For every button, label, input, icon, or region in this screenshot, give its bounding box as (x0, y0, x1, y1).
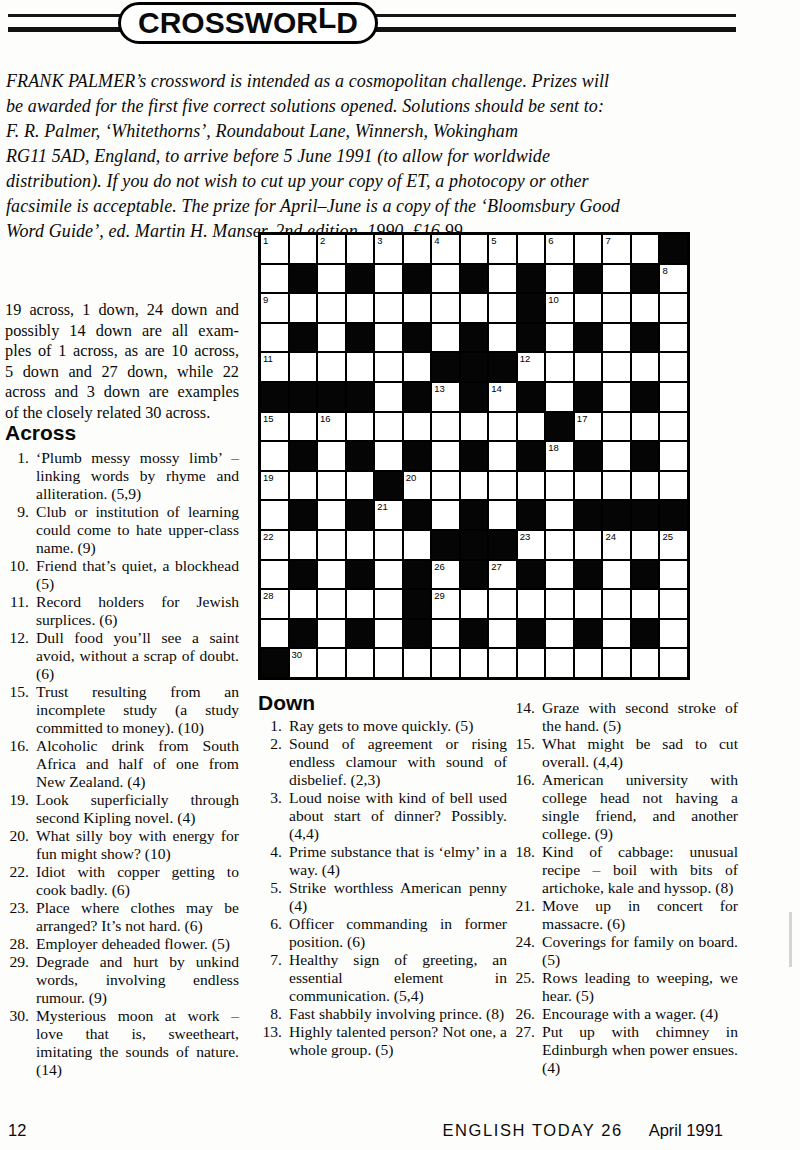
clue-text: What silly boy with energy for fun might… (36, 827, 239, 863)
clue-number: 1 (263, 236, 268, 246)
black-cell (404, 442, 431, 470)
white-cell: 1 (261, 235, 288, 263)
clue: 11.Record holders for Jewish surplices. … (5, 593, 239, 629)
clue-text: Friend that’s quiet, a blockhead (5) (36, 557, 239, 593)
clue-number: 19 (263, 473, 274, 483)
clue-text: Strike worthless American penny (4) (289, 879, 507, 915)
white-cell (375, 413, 402, 441)
white-cell (461, 590, 488, 618)
clue-num: 20. (5, 827, 36, 863)
clue-number: 20 (406, 473, 417, 483)
black-cell (632, 324, 659, 352)
white-cell (290, 294, 317, 322)
black-cell (603, 501, 630, 529)
clue-number: 23 (520, 532, 531, 542)
clue-number: 30 (292, 650, 303, 660)
white-cell (489, 472, 516, 500)
white-cell (518, 413, 545, 441)
black-cell (489, 353, 516, 381)
white-cell (432, 442, 459, 470)
white-cell (404, 413, 431, 441)
page-footer: 12 ENGLISH TODAY 26 April 1991 (8, 1121, 723, 1140)
white-cell: 19 (261, 472, 288, 500)
white-cell (375, 620, 402, 648)
white-cell (432, 265, 459, 293)
white-cell (290, 413, 317, 441)
black-cell (518, 265, 545, 293)
white-cell (660, 649, 687, 677)
intro-line: distribution). If you do not wish to cut… (6, 169, 620, 194)
clue: 1.Ray gets to move quickly. (5) (258, 717, 507, 735)
black-cell (518, 442, 545, 470)
white-cell: 25 (660, 531, 687, 559)
clue-text: Put up with chimney in Edinburgh when po… (542, 1023, 738, 1077)
white-cell (375, 294, 402, 322)
white-cell: 20 (404, 472, 431, 500)
clue-text: Mysterious moon at work – love that is, … (36, 1007, 239, 1079)
white-cell (660, 620, 687, 648)
black-cell (347, 501, 374, 529)
clue-text: Healthy sign of greeting, an essential e… (289, 951, 507, 1005)
clue: 13.Highly talented person? Not one, a wh… (258, 1023, 507, 1059)
intro-line: facsimile is acceptable. The prize for A… (6, 194, 620, 219)
clue-number: 26 (434, 562, 445, 572)
clue-num: 9. (5, 503, 36, 557)
white-cell (290, 353, 317, 381)
white-cell (347, 413, 374, 441)
clue: 30.Mysterious moon at work – love that i… (5, 1007, 239, 1079)
clue: 27.Put up with chimney in Edinburgh when… (511, 1023, 738, 1077)
white-cell (432, 324, 459, 352)
white-cell (660, 353, 687, 381)
white-cell: 5 (489, 235, 516, 263)
white-cell (375, 383, 402, 411)
white-cell (518, 235, 545, 263)
black-cell (404, 561, 431, 589)
white-cell (575, 531, 602, 559)
white-cell (404, 649, 431, 677)
black-cell (290, 501, 317, 529)
clue: 7.Healthy sign of greeting, an essential… (258, 951, 507, 1005)
white-cell (375, 561, 402, 589)
clue-num: 19. (5, 791, 36, 827)
white-cell: 28 (261, 590, 288, 618)
white-cell (575, 472, 602, 500)
white-cell: 27 (489, 561, 516, 589)
clue-num: 6. (258, 915, 289, 951)
black-cell (575, 324, 602, 352)
clue-num: 4. (258, 843, 289, 879)
clue-text: Fast shabbily involving prince. (8) (289, 1005, 507, 1023)
white-cell (261, 561, 288, 589)
black-cell (290, 324, 317, 352)
across-clue-list: 1.‘Plumb messy mossy limb’ – linking wor… (5, 449, 239, 1079)
white-cell (603, 324, 630, 352)
white-cell (261, 265, 288, 293)
white-cell (489, 265, 516, 293)
note-line: 5 down and 27 down, while 22 (5, 362, 239, 383)
clue-text: Dull food you’ll see a saint avoid, with… (36, 629, 239, 683)
white-cell (404, 294, 431, 322)
clue-text: What might be sad to cut overall. (4,4) (542, 735, 738, 771)
white-cell (261, 324, 288, 352)
clue: 20.What silly boy with energy for fun mi… (5, 827, 239, 863)
black-cell (575, 442, 602, 470)
clue: 25.Rows leading to weeping, we hear. (5) (511, 969, 738, 1005)
clue-num: 21. (511, 897, 542, 933)
black-cell (347, 324, 374, 352)
black-cell (660, 501, 687, 529)
clue-num: 12. (5, 629, 36, 683)
clue: 9.Club or institution of learning could … (5, 503, 239, 557)
white-cell (660, 324, 687, 352)
black-cell (461, 383, 488, 411)
note-line: across and 3 down are examples (5, 382, 239, 403)
clue-num: 27. (511, 1023, 542, 1077)
white-cell (632, 649, 659, 677)
clue-number: 3 (377, 236, 382, 246)
white-cell (575, 649, 602, 677)
white-cell: 6 (546, 235, 573, 263)
clue: 14.Graze with second stroke of the hand.… (511, 699, 738, 735)
black-cell (518, 324, 545, 352)
white-cell (546, 561, 573, 589)
black-cell (632, 265, 659, 293)
clue-num: 25. (511, 969, 542, 1005)
clue-number: 4 (434, 236, 439, 246)
clue-number: 14 (491, 384, 502, 394)
clue: 3.Loud noise with kind of bell used abou… (258, 789, 507, 843)
white-cell (660, 294, 687, 322)
clue-num: 22. (5, 863, 36, 899)
white-cell (518, 472, 545, 500)
black-cell (432, 531, 459, 559)
white-cell (575, 590, 602, 618)
clue-text: Move up in concert for massacre. (6) (542, 897, 738, 933)
intro-line: FRANK PALMER’s crossword is intended as … (6, 69, 620, 94)
white-cell (603, 442, 630, 470)
black-cell (404, 620, 431, 648)
clue: 12.Dull food you’ll see a saint avoid, w… (5, 629, 239, 683)
white-cell (603, 383, 630, 411)
clue: 15.What might be sad to cut overall. (4,… (511, 735, 738, 771)
clue-text: American university with college head no… (542, 771, 738, 843)
clue-number: 6 (548, 236, 553, 246)
clue: 5.Strike worthless American penny (4) (258, 879, 507, 915)
clue-text: Kind of cabbage: unusual recipe – boil w… (542, 843, 738, 897)
white-cell (603, 353, 630, 381)
white-cell (347, 294, 374, 322)
clue-number: 18 (548, 443, 559, 453)
white-cell (318, 531, 345, 559)
white-cell (546, 383, 573, 411)
white-cell (546, 620, 573, 648)
clue-num: 2. (258, 735, 289, 789)
black-cell (546, 413, 573, 441)
black-cell (404, 590, 431, 618)
white-cell: 26 (432, 561, 459, 589)
white-cell (318, 590, 345, 618)
white-cell (489, 620, 516, 648)
clue: 8.Fast shabbily involving prince. (8) (258, 1005, 507, 1023)
black-cell (518, 620, 545, 648)
black-cell (290, 265, 317, 293)
white-cell (575, 294, 602, 322)
clue-number: 11 (263, 354, 273, 364)
white-cell (603, 649, 630, 677)
white-cell (660, 472, 687, 500)
clue-num: 30. (5, 1007, 36, 1079)
white-cell (546, 324, 573, 352)
black-cell (261, 649, 288, 677)
white-cell (489, 294, 516, 322)
white-cell (404, 531, 431, 559)
white-cell (489, 324, 516, 352)
black-cell (518, 294, 545, 322)
black-cell (575, 620, 602, 648)
black-cell (375, 472, 402, 500)
clue: 26.Encourage with a wager. (4) (511, 1005, 738, 1023)
clue-num: 15. (511, 735, 542, 771)
clue-text: Encourage with a wager. (4) (542, 1005, 738, 1023)
clue: 2.Sound of agreement or rising endless c… (258, 735, 507, 789)
white-cell (318, 561, 345, 589)
white-cell (632, 235, 659, 263)
clue-text: Ray gets to move quickly. (5) (289, 717, 507, 735)
black-cell (632, 383, 659, 411)
clue: 18.Kind of cabbage: unusual recipe – boi… (511, 843, 738, 897)
black-cell (461, 501, 488, 529)
white-cell (261, 620, 288, 648)
clue-text: Highly talented person? Not one, a whole… (289, 1023, 507, 1059)
white-cell (660, 442, 687, 470)
white-cell (318, 472, 345, 500)
white-cell (318, 442, 345, 470)
white-cell (318, 649, 345, 677)
clue-num: 13. (258, 1023, 289, 1059)
black-cell (518, 383, 545, 411)
note-line: of the closely related 30 across. (5, 403, 239, 424)
white-cell (347, 531, 374, 559)
black-cell (575, 561, 602, 589)
clue-number: 2 (320, 236, 325, 246)
white-cell (461, 649, 488, 677)
clue-text: Look superficially through second Kiplin… (36, 791, 239, 827)
masthead-title-pre: CROSSWOR (138, 6, 318, 40)
white-cell: 16 (318, 413, 345, 441)
white-cell: 12 (518, 353, 545, 381)
clue-number: 5 (491, 236, 496, 246)
intro-line: RG11 5AD, England, to arrive before 5 Ju… (6, 144, 620, 169)
white-cell (432, 472, 459, 500)
clue: 6.Officer commanding in former position.… (258, 915, 507, 951)
white-cell: 9 (261, 294, 288, 322)
page-number: 12 (8, 1121, 26, 1140)
note-line: possibly 14 down are all exam- (5, 321, 239, 342)
clue-text: Rows leading to weeping, we hear. (5) (542, 969, 738, 1005)
clue-num: 29. (5, 953, 36, 1007)
black-cell (575, 383, 602, 411)
white-cell (375, 265, 402, 293)
white-cell (546, 265, 573, 293)
black-cell (432, 353, 459, 381)
crossword-grid: 1234567891011121314151617181920212223242… (258, 232, 690, 680)
black-cell (290, 383, 317, 411)
clue-number: 17 (577, 414, 588, 424)
black-cell (404, 501, 431, 529)
clue-number: 16 (320, 414, 331, 424)
clue-num: 10. (5, 557, 36, 593)
white-cell (375, 649, 402, 677)
clue-number: 27 (491, 562, 502, 572)
clue-text: Alcoholic drink from South Africa and ha… (36, 737, 239, 791)
clue-number: 22 (263, 532, 274, 542)
white-cell (461, 235, 488, 263)
clue-number: 24 (605, 532, 616, 542)
white-cell (318, 620, 345, 648)
clue-text: Degrade and hurt by unkind words, involv… (36, 953, 239, 1007)
down-clue-list-right: 14.Graze with second stroke of the hand.… (511, 699, 738, 1077)
white-cell (432, 501, 459, 529)
white-cell (432, 294, 459, 322)
black-cell (632, 561, 659, 589)
clue: 28.Employer deheaded flower. (5) (5, 935, 239, 953)
clue: 29.Degrade and hurt by unkind words, inv… (5, 953, 239, 1007)
black-cell (347, 442, 374, 470)
white-cell: 8 (660, 265, 687, 293)
clue: 10.Friend that’s quiet, a blockhead (5) (5, 557, 239, 593)
clue: 16.American university with college head… (511, 771, 738, 843)
white-cell (603, 472, 630, 500)
white-cell (347, 649, 374, 677)
white-cell (432, 649, 459, 677)
clue-num: 24. (511, 933, 542, 969)
white-cell: 18 (546, 442, 573, 470)
clue-num: 14. (511, 699, 542, 735)
clue-num: 26. (511, 1005, 542, 1023)
white-cell (347, 590, 374, 618)
white-cell (575, 353, 602, 381)
intro-line: F. R. Palmer, ‘Whitethorns’, Roundabout … (6, 119, 620, 144)
clue-number: 28 (263, 591, 274, 601)
clue-text: Sound of agreement or rising endless cla… (289, 735, 507, 789)
clue-number: 21 (377, 502, 388, 512)
clue-number: 12 (520, 354, 531, 364)
clue-num: 1. (258, 717, 289, 735)
clue-text: Graze with second stroke of the hand. (5… (542, 699, 738, 735)
white-cell: 15 (261, 413, 288, 441)
clue-text: Coverings for family on board. (5) (542, 933, 738, 969)
journal-title: ENGLISH TODAY 26 (442, 1121, 622, 1140)
white-cell (546, 590, 573, 618)
black-cell (290, 561, 317, 589)
intro-paragraph: FRANK PALMER’s crossword is intended as … (6, 69, 620, 244)
clue-text: Prime substance that is ‘elmy’ in a way.… (289, 843, 507, 879)
clue: 21.Move up in concert for massacre. (6) (511, 897, 738, 933)
clue-num: 3. (258, 789, 289, 843)
white-cell: 23 (518, 531, 545, 559)
clue-num: 16. (5, 737, 36, 791)
white-cell (603, 265, 630, 293)
black-cell (489, 531, 516, 559)
black-cell (632, 620, 659, 648)
clue-number: 25 (662, 532, 673, 542)
masthead-title-post: D (336, 6, 358, 40)
masthead-title-pill: CROSSWORLD (118, 2, 378, 44)
black-cell (318, 383, 345, 411)
clue-num: 18. (511, 843, 542, 897)
white-cell (546, 353, 573, 381)
down-clue-list-left: 1.Ray gets to move quickly. (5)2.Sound o… (258, 717, 507, 1059)
clue-number: 15 (263, 414, 274, 424)
clue-text: Place where clothes may be arranged? It’… (36, 899, 239, 935)
white-cell (603, 620, 630, 648)
white-cell (347, 353, 374, 381)
white-cell: 21 (375, 501, 402, 529)
white-cell (632, 294, 659, 322)
white-cell (660, 413, 687, 441)
clue-number: 7 (605, 236, 610, 246)
clue: 23.Place where clothes may be arranged? … (5, 899, 239, 935)
black-cell (347, 620, 374, 648)
white-cell (432, 620, 459, 648)
white-cell (660, 383, 687, 411)
clue-number: 9 (263, 295, 268, 305)
black-cell (461, 353, 488, 381)
clue: 22.Idiot with copper getting to cook bad… (5, 863, 239, 899)
white-cell (375, 353, 402, 381)
clue-text: Idiot with copper getting to cook badly.… (36, 863, 239, 899)
white-cell (461, 413, 488, 441)
clue-number: 29 (434, 591, 445, 601)
white-cell: 29 (432, 590, 459, 618)
white-cell (489, 442, 516, 470)
white-cell (461, 472, 488, 500)
clue-number: 10 (548, 295, 559, 305)
scan-artifact (789, 912, 792, 967)
black-cell (461, 531, 488, 559)
white-cell (546, 501, 573, 529)
clue-text: Club or institution of learning could co… (36, 503, 239, 557)
white-cell (461, 294, 488, 322)
clue-num: 8. (258, 1005, 289, 1023)
white-cell: 4 (432, 235, 459, 263)
black-cell (518, 501, 545, 529)
clue-num: 15. (5, 683, 36, 737)
black-cell (461, 442, 488, 470)
white-cell (632, 531, 659, 559)
clue-num: 1. (5, 449, 36, 503)
black-cell (518, 561, 545, 589)
white-cell: 14 (489, 383, 516, 411)
white-cell (546, 472, 573, 500)
white-cell (632, 353, 659, 381)
white-cell (347, 235, 374, 263)
note-line: ples of 1 across, as are 10 across, (5, 341, 239, 362)
white-cell (575, 235, 602, 263)
white-cell (632, 413, 659, 441)
clue: 16.Alcoholic drink from South Africa and… (5, 737, 239, 791)
clue-text: ‘Plumb messy mossy limb’ – linking words… (36, 449, 239, 503)
clue: 4.Prime substance that is ‘elmy’ in a wa… (258, 843, 507, 879)
white-cell: 11 (261, 353, 288, 381)
white-cell (632, 472, 659, 500)
clue-num: 16. (511, 771, 542, 843)
white-cell (603, 294, 630, 322)
black-cell (660, 235, 687, 263)
black-cell (461, 561, 488, 589)
clue-text: Trust resulting from an incomplete study… (36, 683, 239, 737)
